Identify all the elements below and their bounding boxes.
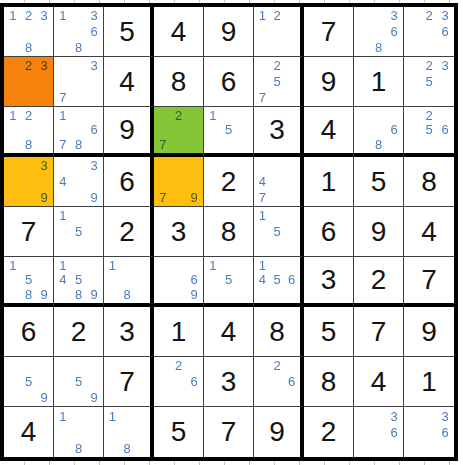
- cell-r1c4[interactable]: 4: [154, 7, 204, 57]
- empty-slot: [270, 158, 285, 174]
- big-digit: 3: [321, 266, 337, 294]
- empty-slot: [155, 374, 171, 390]
- candidate: 3: [437, 58, 453, 74]
- candidate: 9: [36, 189, 52, 205]
- empty-slot: [55, 58, 71, 74]
- empty-slot: [36, 137, 52, 152]
- empty-slot: [71, 174, 87, 190]
- candidate-grid: 15: [205, 258, 252, 302]
- cell-r1c3[interactable]: 5: [104, 7, 154, 57]
- cell-r1c1[interactable]: 1238: [4, 7, 54, 57]
- cell-r2c3[interactable]: 4: [104, 57, 154, 107]
- empty-slot: [371, 123, 387, 138]
- candidate: 6: [186, 273, 202, 288]
- cell-r1c7[interactable]: 7: [304, 7, 354, 57]
- empty-slot: [5, 273, 21, 288]
- cell-r4c5[interactable]: 2: [204, 157, 254, 207]
- cell-r5c6[interactable]: 15: [254, 207, 304, 257]
- cell-r5c1[interactable]: 7: [4, 207, 54, 257]
- cell-r2c9[interactable]: 235: [404, 57, 454, 107]
- big-digit: 9: [371, 218, 387, 246]
- cell-r8c1[interactable]: 59: [4, 357, 54, 407]
- candidate-grid: 14589: [55, 258, 102, 302]
- empty-slot: [5, 158, 21, 174]
- big-digit: 4: [119, 68, 135, 96]
- empty-slot: [371, 408, 387, 424]
- empty-slot: [86, 224, 102, 240]
- cell-r9c3[interactable]: 18: [104, 407, 154, 457]
- candidate: 7: [255, 189, 270, 205]
- empty-slot: [437, 137, 453, 152]
- empty-slot: [270, 287, 285, 302]
- empty-slot: [71, 258, 87, 273]
- empty-slot: [236, 273, 252, 288]
- cell-r8c7[interactable]: 8: [304, 357, 354, 407]
- empty-slot: [155, 358, 171, 374]
- candidate: 6: [437, 123, 453, 138]
- candidate-grid: 12: [255, 8, 299, 55]
- empty-slot: [270, 208, 285, 224]
- empty-slot: [171, 273, 187, 288]
- empty-slot: [405, 137, 421, 152]
- cell-r8c3[interactable]: 7: [104, 357, 154, 407]
- cell-r3c3[interactable]: 9: [104, 107, 154, 157]
- cell-r6c5[interactable]: 15: [204, 257, 254, 307]
- empty-slot: [405, 74, 421, 90]
- empty-slot: [71, 74, 87, 90]
- candidate: 6: [437, 24, 453, 40]
- empty-slot: [86, 358, 102, 374]
- empty-slot: [134, 258, 149, 273]
- big-digit: 8: [321, 368, 337, 396]
- empty-slot: [255, 374, 270, 390]
- candidate: 1: [255, 258, 270, 273]
- cell-r2c2[interactable]: 37: [54, 57, 104, 107]
- big-digit: 5: [171, 418, 187, 446]
- empty-slot: [221, 258, 237, 273]
- empty-slot: [421, 137, 437, 152]
- cell-r6c6[interactable]: 1456: [254, 257, 304, 307]
- empty-slot: [71, 58, 87, 74]
- candidate: 3: [86, 158, 102, 174]
- candidate-grid: 1678: [55, 108, 102, 152]
- cell-r5c5[interactable]: 8: [204, 207, 254, 257]
- candidate-grid: 59: [55, 358, 102, 405]
- empty-slot: [437, 89, 453, 105]
- empty-slot: [36, 24, 52, 40]
- cell-r6c7[interactable]: 3: [304, 257, 354, 307]
- empty-slot: [186, 123, 202, 138]
- empty-slot: [270, 174, 285, 190]
- empty-slot: [36, 89, 52, 105]
- candidate-grid: 18: [105, 258, 149, 302]
- candidate: 1: [255, 208, 270, 224]
- candidate: 7: [55, 137, 71, 152]
- candidate-grid: 1589: [5, 258, 52, 302]
- cell-r6c8[interactable]: 2: [354, 257, 404, 307]
- candidate: 4: [255, 174, 270, 190]
- cell-r7c8[interactable]: 7: [354, 307, 404, 357]
- candidate: 5: [270, 74, 285, 90]
- cell-r9c5[interactable]: 7: [204, 407, 254, 457]
- cell-r4c9[interactable]: 8: [404, 157, 454, 207]
- empty-slot: [236, 123, 252, 138]
- candidate: 6: [284, 374, 299, 390]
- candidate: 9: [36, 389, 52, 405]
- empty-slot: [437, 39, 453, 55]
- empty-slot: [86, 374, 102, 390]
- candidate: 3: [86, 58, 102, 74]
- empty-slot: [21, 89, 37, 105]
- empty-slot: [71, 89, 87, 105]
- empty-slot: [171, 189, 187, 205]
- cell-r6c1[interactable]: 1589: [4, 257, 54, 307]
- empty-slot: [155, 389, 171, 405]
- empty-slot: [221, 108, 237, 123]
- empty-slot: [71, 408, 87, 424]
- empty-slot: [284, 89, 299, 105]
- cell-r3c7[interactable]: 4: [304, 107, 354, 157]
- empty-slot: [71, 8, 87, 24]
- empty-slot: [284, 208, 299, 224]
- big-digit: 1: [371, 68, 387, 96]
- cell-r2c5[interactable]: 6: [204, 57, 254, 107]
- cell-r7c6[interactable]: 8: [254, 307, 304, 357]
- cell-r4c3[interactable]: 6: [104, 157, 154, 207]
- big-digit: 4: [421, 218, 437, 246]
- cell-r4c1[interactable]: 39: [4, 157, 54, 207]
- big-digit: 5: [321, 318, 337, 346]
- empty-slot: [270, 389, 285, 405]
- candidate: 1: [5, 108, 21, 123]
- empty-slot: [284, 258, 299, 273]
- big-digit: 6: [21, 318, 37, 346]
- empty-slot: [5, 174, 21, 190]
- empty-slot: [55, 358, 71, 374]
- cell-r8c4[interactable]: 26: [154, 357, 204, 407]
- empty-slot: [284, 189, 299, 205]
- candidate: 3: [36, 158, 52, 174]
- empty-slot: [255, 389, 270, 405]
- big-digit: 2: [119, 218, 135, 246]
- big-digit: 9: [119, 116, 135, 144]
- candidate-grid: 23: [5, 58, 52, 105]
- empty-slot: [221, 137, 237, 152]
- cell-r8c6[interactable]: 26: [254, 357, 304, 407]
- empty-slot: [284, 389, 299, 405]
- cell-r8c8[interactable]: 4: [354, 357, 404, 407]
- empty-slot: [36, 123, 52, 138]
- candidate: 8: [21, 137, 37, 152]
- empty-slot: [155, 273, 171, 288]
- candidate: 3: [386, 408, 402, 424]
- empty-slot: [270, 374, 285, 390]
- candidate-grid: 79: [155, 158, 202, 205]
- empty-slot: [405, 424, 421, 440]
- empty-slot: [71, 239, 87, 255]
- big-digit: 6: [321, 218, 337, 246]
- empty-slot: [21, 123, 37, 138]
- empty-slot: [221, 287, 237, 302]
- empty-slot: [437, 440, 453, 456]
- cell-r5c3[interactable]: 2: [104, 207, 154, 257]
- empty-slot: [355, 108, 371, 123]
- cell-r4c2[interactable]: 349: [54, 157, 104, 207]
- cell-r7c5[interactable]: 4: [204, 307, 254, 357]
- big-digit: 3: [171, 218, 187, 246]
- empty-slot: [5, 24, 21, 40]
- empty-slot: [386, 440, 402, 456]
- empty-slot: [86, 174, 102, 190]
- cell-r1c6[interactable]: 12: [254, 7, 304, 57]
- big-digit: 7: [321, 18, 337, 46]
- cell-r3c1[interactable]: 128: [4, 107, 54, 157]
- cell-r1c9[interactable]: 236: [404, 7, 454, 57]
- candidate: 2: [270, 8, 285, 24]
- empty-slot: [71, 123, 87, 138]
- empty-slot: [371, 24, 387, 40]
- empty-slot: [371, 424, 387, 440]
- candidate: 5: [21, 273, 37, 288]
- candidate-grid: 15: [205, 108, 252, 152]
- candidate: 1: [55, 408, 71, 424]
- candidate: 7: [55, 89, 71, 105]
- empty-slot: [71, 424, 87, 440]
- candidate-grid: 128: [5, 108, 52, 152]
- empty-slot: [355, 8, 371, 24]
- empty-slot: [171, 137, 187, 152]
- cell-r9c7[interactable]: 2: [304, 407, 354, 457]
- cell-r5c8[interactable]: 9: [354, 207, 404, 257]
- empty-slot: [55, 287, 71, 302]
- candidate: 1: [105, 408, 120, 424]
- empty-slot: [86, 239, 102, 255]
- cell-r7c2[interactable]: 2: [54, 307, 104, 357]
- candidate: 9: [186, 189, 202, 205]
- candidate: 5: [421, 74, 437, 90]
- cell-r9c9[interactable]: 36: [404, 407, 454, 457]
- big-digit: 1: [171, 318, 187, 346]
- empty-slot: [386, 108, 402, 123]
- empty-slot: [421, 424, 437, 440]
- empty-slot: [236, 258, 252, 273]
- empty-slot: [386, 39, 402, 55]
- cell-r7c7[interactable]: 5: [304, 307, 354, 357]
- empty-slot: [5, 39, 21, 55]
- candidate: 9: [186, 287, 202, 302]
- candidate-grid: 15: [55, 208, 102, 255]
- cell-r6c2[interactable]: 14589: [54, 257, 104, 307]
- big-digit: 7: [371, 318, 387, 346]
- cell-r3c6[interactable]: 3: [254, 107, 304, 157]
- big-digit: 4: [171, 18, 187, 46]
- candidate: 3: [36, 58, 52, 74]
- empty-slot: [255, 39, 270, 55]
- empty-slot: [255, 287, 270, 302]
- empty-slot: [36, 374, 52, 390]
- empty-slot: [255, 24, 270, 40]
- empty-slot: [355, 408, 371, 424]
- cell-r2c8[interactable]: 1: [354, 57, 404, 107]
- cell-r6c9[interactable]: 7: [404, 257, 454, 307]
- big-digit: 4: [321, 116, 337, 144]
- candidate: 9: [86, 389, 102, 405]
- candidate: 5: [421, 123, 437, 138]
- candidate: 7: [255, 89, 270, 105]
- cell-r3c4[interactable]: 27: [154, 107, 204, 157]
- empty-slot: [86, 273, 102, 288]
- cell-r8c2[interactable]: 59: [54, 357, 104, 407]
- empty-slot: [36, 273, 52, 288]
- empty-slot: [205, 123, 221, 138]
- cell-r5c2[interactable]: 15: [54, 207, 104, 257]
- empty-slot: [171, 287, 187, 302]
- empty-slot: [270, 189, 285, 205]
- cell-r8c9[interactable]: 1: [404, 357, 454, 407]
- empty-slot: [134, 440, 149, 456]
- empty-slot: [171, 258, 187, 273]
- empty-slot: [5, 74, 21, 90]
- empty-slot: [55, 440, 71, 456]
- candidate: 9: [86, 287, 102, 302]
- cell-r2c7[interactable]: 9: [304, 57, 354, 107]
- candidate: 5: [270, 224, 285, 240]
- cell-r9c1[interactable]: 4: [4, 407, 54, 457]
- empty-slot: [5, 287, 21, 302]
- cell-r3c2[interactable]: 1678: [54, 107, 104, 157]
- big-digit: 1: [321, 168, 337, 196]
- empty-slot: [155, 287, 171, 302]
- empty-slot: [71, 158, 87, 174]
- cell-r1c8[interactable]: 368: [354, 7, 404, 57]
- empty-slot: [21, 389, 37, 405]
- empty-slot: [421, 39, 437, 55]
- big-digit: 8: [269, 318, 285, 346]
- candidate: 6: [186, 374, 202, 390]
- empty-slot: [86, 408, 102, 424]
- big-digit: 6: [221, 68, 237, 96]
- empty-slot: [421, 440, 437, 456]
- candidate-grid: 69: [155, 258, 202, 302]
- candidate: 5: [221, 123, 237, 138]
- cell-r6c4[interactable]: 69: [154, 257, 204, 307]
- big-digit: 5: [371, 168, 387, 196]
- cell-r2c6[interactable]: 257: [254, 57, 304, 107]
- candidate: 5: [21, 374, 37, 390]
- cell-r8c5[interactable]: 3: [204, 357, 254, 407]
- cell-r7c1[interactable]: 6: [4, 307, 54, 357]
- empty-slot: [36, 39, 52, 55]
- empty-slot: [155, 174, 171, 190]
- candidate: 2: [270, 58, 285, 74]
- big-digit: 4: [221, 318, 237, 346]
- empty-slot: [405, 58, 421, 74]
- empty-slot: [284, 8, 299, 24]
- candidate: 2: [21, 108, 37, 123]
- cell-r4c7[interactable]: 1: [304, 157, 354, 207]
- empty-slot: [120, 258, 135, 273]
- cell-r9c6[interactable]: 9: [254, 407, 304, 457]
- empty-slot: [55, 374, 71, 390]
- candidate: 6: [86, 123, 102, 138]
- empty-slot: [36, 174, 52, 190]
- cell-r3c8[interactable]: 68: [354, 107, 404, 157]
- candidate: 6: [437, 424, 453, 440]
- candidate-grid: 37: [55, 58, 102, 105]
- cell-r5c4[interactable]: 3: [154, 207, 204, 257]
- empty-slot: [105, 440, 120, 456]
- empty-slot: [21, 24, 37, 40]
- empty-slot: [255, 358, 270, 374]
- empty-slot: [55, 424, 71, 440]
- empty-slot: [186, 358, 202, 374]
- empty-slot: [134, 287, 149, 302]
- cell-r7c3[interactable]: 3: [104, 307, 154, 357]
- empty-slot: [270, 39, 285, 55]
- cell-r6c3[interactable]: 18: [104, 257, 154, 307]
- empty-slot: [186, 258, 202, 273]
- cell-r2c1[interactable]: 23: [4, 57, 54, 107]
- empty-slot: [55, 224, 71, 240]
- empty-slot: [134, 424, 149, 440]
- empty-slot: [355, 137, 371, 152]
- candidate: 2: [270, 358, 285, 374]
- empty-slot: [55, 389, 71, 405]
- big-digit: 9: [421, 318, 437, 346]
- cell-r4c6[interactable]: 47: [254, 157, 304, 207]
- empty-slot: [255, 158, 270, 174]
- empty-slot: [5, 137, 21, 152]
- candidate: 2: [421, 108, 437, 123]
- candidate: 9: [36, 287, 52, 302]
- cell-r3c5[interactable]: 15: [204, 107, 254, 157]
- empty-slot: [21, 358, 37, 374]
- cell-r9c8[interactable]: 36: [354, 407, 404, 457]
- cell-r3c9[interactable]: 256: [404, 107, 454, 157]
- empty-slot: [284, 24, 299, 40]
- empty-slot: [86, 89, 102, 105]
- cell-r2c4[interactable]: 8: [154, 57, 204, 107]
- empty-slot: [405, 440, 421, 456]
- cell-r4c8[interactable]: 5: [354, 157, 404, 207]
- candidate-grid: 18: [55, 408, 102, 456]
- empty-slot: [86, 258, 102, 273]
- candidate: 8: [71, 39, 87, 55]
- cell-r4c4[interactable]: 79: [154, 157, 204, 207]
- empty-slot: [86, 208, 102, 224]
- cell-r1c5[interactable]: 9: [204, 7, 254, 57]
- empty-slot: [270, 258, 285, 273]
- empty-slot: [155, 258, 171, 273]
- cell-r7c4[interactable]: 1: [154, 307, 204, 357]
- empty-slot: [236, 287, 252, 302]
- candidate-grid: 349: [55, 158, 102, 205]
- sudoku-board: 1238136854912736823623374862579123512816…: [0, 3, 458, 461]
- empty-slot: [5, 89, 21, 105]
- candidate-grid: 36: [405, 408, 453, 456]
- empty-slot: [355, 440, 371, 456]
- empty-slot: [55, 158, 71, 174]
- cell-r7c9[interactable]: 9: [404, 307, 454, 357]
- cell-r1c2[interactable]: 1368: [54, 7, 104, 57]
- empty-slot: [355, 424, 371, 440]
- cell-r5c7[interactable]: 6: [304, 207, 354, 257]
- empty-slot: [155, 158, 171, 174]
- cell-r9c4[interactable]: 5: [154, 407, 204, 457]
- cell-r9c2[interactable]: 18: [54, 407, 104, 457]
- cell-r5c9[interactable]: 4: [404, 207, 454, 257]
- candidate: 5: [270, 273, 285, 288]
